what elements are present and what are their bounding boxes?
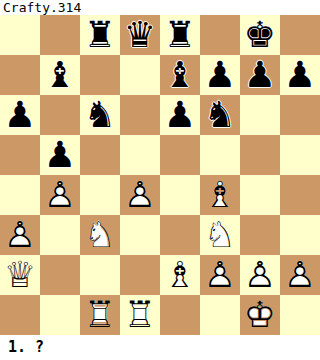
black-queen-icon: ♛ bbox=[120, 15, 160, 55]
black-bishop[interactable]: ♝ bbox=[40, 55, 80, 95]
square-b5[interactable]: ♟ bbox=[40, 135, 80, 175]
square-a6[interactable]: ♟ bbox=[0, 95, 40, 135]
black-bishop-icon: ♝ bbox=[40, 55, 80, 95]
white-pawn[interactable]: ♟♙ bbox=[40, 175, 80, 215]
square-e7[interactable]: ♝ bbox=[160, 55, 200, 95]
black-pawn[interactable]: ♟ bbox=[160, 95, 200, 135]
square-g7[interactable]: ♟ bbox=[240, 55, 280, 95]
white-pawn-icon: ♙ bbox=[120, 175, 160, 215]
black-pawn-icon: ♟ bbox=[160, 95, 200, 135]
black-rook-icon: ♜ bbox=[80, 15, 120, 55]
square-a3[interactable]: ♟♙ bbox=[0, 215, 40, 255]
white-pawn-icon: ♙ bbox=[0, 215, 40, 255]
square-g6[interactable] bbox=[240, 95, 280, 135]
square-f2[interactable]: ♟♙ bbox=[200, 255, 240, 295]
white-knight[interactable]: ♞♘ bbox=[80, 215, 120, 255]
square-g3[interactable] bbox=[240, 215, 280, 255]
square-a2[interactable]: ♛♕ bbox=[0, 255, 40, 295]
square-b8[interactable] bbox=[40, 15, 80, 55]
black-pawn-icon: ♟ bbox=[0, 95, 40, 135]
square-f7[interactable]: ♟ bbox=[200, 55, 240, 95]
square-g8[interactable]: ♚ bbox=[240, 15, 280, 55]
black-queen[interactable]: ♛ bbox=[120, 15, 160, 55]
black-pawn[interactable]: ♟ bbox=[280, 55, 320, 95]
square-d7[interactable] bbox=[120, 55, 160, 95]
white-bishop[interactable]: ♝♗ bbox=[160, 255, 200, 295]
square-e5[interactable] bbox=[160, 135, 200, 175]
square-c3[interactable]: ♞♘ bbox=[80, 215, 120, 255]
square-g2[interactable]: ♟♙ bbox=[240, 255, 280, 295]
black-pawn[interactable]: ♟ bbox=[240, 55, 280, 95]
square-f8[interactable] bbox=[200, 15, 240, 55]
square-d8[interactable]: ♛ bbox=[120, 15, 160, 55]
black-knight-icon: ♞ bbox=[200, 95, 240, 135]
square-f3[interactable]: ♞♘ bbox=[200, 215, 240, 255]
white-pawn[interactable]: ♟♙ bbox=[200, 255, 240, 295]
white-rook[interactable]: ♜♖ bbox=[120, 295, 160, 335]
square-d2[interactable] bbox=[120, 255, 160, 295]
white-king[interactable]: ♚♔ bbox=[240, 295, 280, 335]
black-pawn[interactable]: ♟ bbox=[40, 135, 80, 175]
square-b2[interactable] bbox=[40, 255, 80, 295]
square-g4[interactable] bbox=[240, 175, 280, 215]
square-g1[interactable]: ♚♔ bbox=[240, 295, 280, 335]
square-b6[interactable] bbox=[40, 95, 80, 135]
black-bishop-icon: ♝ bbox=[160, 55, 200, 95]
black-rook[interactable]: ♜ bbox=[80, 15, 120, 55]
white-pawn-icon: ♙ bbox=[200, 255, 240, 295]
square-a4[interactable] bbox=[0, 175, 40, 215]
square-d5[interactable] bbox=[120, 135, 160, 175]
square-h7[interactable]: ♟ bbox=[280, 55, 320, 95]
white-pawn-icon: ♙ bbox=[240, 255, 280, 295]
square-c6[interactable]: ♞ bbox=[80, 95, 120, 135]
white-pawn[interactable]: ♟♙ bbox=[240, 255, 280, 295]
square-c7[interactable] bbox=[80, 55, 120, 95]
square-d4[interactable]: ♟♙ bbox=[120, 175, 160, 215]
square-d6[interactable] bbox=[120, 95, 160, 135]
black-pawn[interactable]: ♟ bbox=[0, 95, 40, 135]
square-a1[interactable] bbox=[0, 295, 40, 335]
square-e4[interactable] bbox=[160, 175, 200, 215]
square-a8[interactable] bbox=[0, 15, 40, 55]
white-rook-icon: ♖ bbox=[120, 295, 160, 335]
square-h6[interactable] bbox=[280, 95, 320, 135]
black-pawn-icon: ♟ bbox=[200, 55, 240, 95]
white-bishop-icon: ♗ bbox=[200, 175, 240, 215]
black-king[interactable]: ♚ bbox=[240, 15, 280, 55]
white-pawn-icon: ♙ bbox=[40, 175, 80, 215]
chess-board: ♜♛♜♚♝♝♟♟♟♟♞♟♞♟♟♙♟♙♝♗♟♙♞♘♞♘♛♕♝♗♟♙♟♙♟♙♜♖♜♖… bbox=[0, 15, 320, 335]
black-pawn-icon: ♟ bbox=[280, 55, 320, 95]
black-knight[interactable]: ♞ bbox=[80, 95, 120, 135]
white-pawn-icon: ♙ bbox=[280, 255, 320, 295]
black-knight[interactable]: ♞ bbox=[200, 95, 240, 135]
square-h8[interactable] bbox=[280, 15, 320, 55]
square-f6[interactable]: ♞ bbox=[200, 95, 240, 135]
square-h2[interactable]: ♟♙ bbox=[280, 255, 320, 295]
square-h1[interactable] bbox=[280, 295, 320, 335]
white-knight-icon: ♘ bbox=[80, 215, 120, 255]
white-bishop[interactable]: ♝♗ bbox=[200, 175, 240, 215]
black-pawn[interactable]: ♟ bbox=[200, 55, 240, 95]
black-knight-icon: ♞ bbox=[80, 95, 120, 135]
white-queen-icon: ♕ bbox=[0, 255, 40, 295]
white-pawn[interactable]: ♟♙ bbox=[0, 215, 40, 255]
square-e3[interactable] bbox=[160, 215, 200, 255]
square-c4[interactable] bbox=[80, 175, 120, 215]
white-pawn[interactable]: ♟♙ bbox=[280, 255, 320, 295]
square-a5[interactable] bbox=[0, 135, 40, 175]
square-b1[interactable] bbox=[40, 295, 80, 335]
white-rook[interactable]: ♜♖ bbox=[80, 295, 120, 335]
square-b7[interactable]: ♝ bbox=[40, 55, 80, 95]
square-c1[interactable]: ♜♖ bbox=[80, 295, 120, 335]
square-f1[interactable] bbox=[200, 295, 240, 335]
square-h5[interactable] bbox=[280, 135, 320, 175]
square-c5[interactable] bbox=[80, 135, 120, 175]
square-a7[interactable] bbox=[0, 55, 40, 95]
black-rook[interactable]: ♜ bbox=[160, 15, 200, 55]
move-prompt: 1. ? bbox=[0, 335, 320, 360]
square-d3[interactable] bbox=[120, 215, 160, 255]
square-h3[interactable] bbox=[280, 215, 320, 255]
black-bishop[interactable]: ♝ bbox=[160, 55, 200, 95]
square-e2[interactable]: ♝♗ bbox=[160, 255, 200, 295]
square-d1[interactable]: ♜♖ bbox=[120, 295, 160, 335]
black-pawn-icon: ♟ bbox=[240, 55, 280, 95]
square-e1[interactable] bbox=[160, 295, 200, 335]
square-h4[interactable] bbox=[280, 175, 320, 215]
square-e6[interactable]: ♟ bbox=[160, 95, 200, 135]
white-pawn[interactable]: ♟♙ bbox=[120, 175, 160, 215]
white-knight-icon: ♘ bbox=[200, 215, 240, 255]
white-queen[interactable]: ♛♕ bbox=[0, 255, 40, 295]
window-title: Crafty.314 bbox=[0, 0, 320, 15]
square-b4[interactable]: ♟♙ bbox=[40, 175, 80, 215]
black-king-icon: ♚ bbox=[240, 15, 280, 55]
white-bishop-icon: ♗ bbox=[160, 255, 200, 295]
square-c2[interactable] bbox=[80, 255, 120, 295]
square-g5[interactable] bbox=[240, 135, 280, 175]
black-rook-icon: ♜ bbox=[160, 15, 200, 55]
square-c8[interactable]: ♜ bbox=[80, 15, 120, 55]
white-king-icon: ♔ bbox=[240, 295, 280, 335]
square-f4[interactable]: ♝♗ bbox=[200, 175, 240, 215]
white-knight[interactable]: ♞♘ bbox=[200, 215, 240, 255]
black-pawn-icon: ♟ bbox=[40, 135, 80, 175]
white-rook-icon: ♖ bbox=[80, 295, 120, 335]
square-f5[interactable] bbox=[200, 135, 240, 175]
square-b3[interactable] bbox=[40, 215, 80, 255]
square-e8[interactable]: ♜ bbox=[160, 15, 200, 55]
